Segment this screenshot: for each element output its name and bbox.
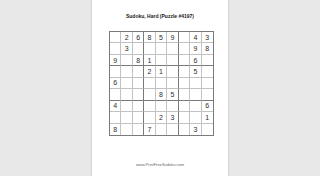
- sudoku-board: 2685943398981621568546231873: [109, 31, 214, 136]
- cell-r2c7: [179, 43, 190, 54]
- cell-r8c9: 1: [202, 112, 213, 123]
- cell-r3c5: [156, 55, 167, 66]
- cell-r2c1: [110, 43, 121, 54]
- cell-r3c8: 6: [190, 55, 201, 66]
- cell-r4c2: [121, 66, 132, 77]
- cell-r3c9: [202, 55, 213, 66]
- cell-r5c1: 6: [110, 78, 121, 89]
- cell-r9c6: [167, 124, 178, 135]
- cell-r6c5: 8: [156, 89, 167, 100]
- cell-r4c9: [202, 66, 213, 77]
- cell-r1c7: [179, 32, 190, 43]
- cell-r2c5: [156, 43, 167, 54]
- cell-r6c7: [179, 89, 190, 100]
- cell-r4c6: [167, 66, 178, 77]
- cell-r1c2: 2: [121, 32, 132, 43]
- cell-r5c9: [202, 78, 213, 89]
- cell-r9c9: [202, 124, 213, 135]
- cell-r6c4: [144, 89, 155, 100]
- footer-url: www.PrintFreeSudoku.com: [92, 162, 228, 167]
- cell-r6c3: [133, 89, 144, 100]
- cell-r2c2: 3: [121, 43, 132, 54]
- cell-r5c3: [133, 78, 144, 89]
- cell-r2c4: [144, 43, 155, 54]
- page-title: Sudoku, Hard (Puzzle #4197): [92, 13, 228, 19]
- cell-r5c7: [179, 78, 190, 89]
- cell-r9c5: [156, 124, 167, 135]
- cell-r7c1: 4: [110, 101, 121, 112]
- sudoku-page: Sudoku, Hard (Puzzle #4197) 268594339898…: [92, 0, 228, 176]
- cell-r5c5: [156, 78, 167, 89]
- cell-r3c4: 1: [144, 55, 155, 66]
- cell-r9c1: 8: [110, 124, 121, 135]
- cell-r1c9: 3: [202, 32, 213, 43]
- cell-r8c2: [121, 112, 132, 123]
- cell-r8c3: [133, 112, 144, 123]
- cell-r2c3: [133, 43, 144, 54]
- cell-r7c8: [190, 101, 201, 112]
- cell-r6c1: [110, 89, 121, 100]
- cell-r8c8: [190, 112, 201, 123]
- cell-r7c2: [121, 101, 132, 112]
- cell-r9c4: 7: [144, 124, 155, 135]
- cell-r4c7: [179, 66, 190, 77]
- cell-r7c9: 6: [202, 101, 213, 112]
- cell-r7c5: [156, 101, 167, 112]
- cell-r4c5: 1: [156, 66, 167, 77]
- cell-r5c2: [121, 78, 132, 89]
- cell-r5c8: [190, 78, 201, 89]
- cell-r2c6: [167, 43, 178, 54]
- cell-r5c6: [167, 78, 178, 89]
- cell-r9c8: 3: [190, 124, 201, 135]
- cell-r4c4: 2: [144, 66, 155, 77]
- cell-r6c9: [202, 89, 213, 100]
- cell-r4c8: 5: [190, 66, 201, 77]
- cell-r1c8: 4: [190, 32, 201, 43]
- cell-r9c7: [179, 124, 190, 135]
- cell-r1c1: [110, 32, 121, 43]
- cell-r4c3: [133, 66, 144, 77]
- cell-r1c3: 6: [133, 32, 144, 43]
- cell-r2c9: 8: [202, 43, 213, 54]
- cell-r8c4: [144, 112, 155, 123]
- cell-r6c6: 5: [167, 89, 178, 100]
- cell-r3c3: 8: [133, 55, 144, 66]
- cell-r2c8: 9: [190, 43, 201, 54]
- cell-r9c3: [133, 124, 144, 135]
- cell-r3c1: 9: [110, 55, 121, 66]
- cell-r6c8: [190, 89, 201, 100]
- cell-r1c6: 9: [167, 32, 178, 43]
- cell-r8c1: [110, 112, 121, 123]
- cell-r3c2: [121, 55, 132, 66]
- cell-r7c6: [167, 101, 178, 112]
- cell-r8c6: 3: [167, 112, 178, 123]
- cell-r9c2: [121, 124, 132, 135]
- cell-r8c7: [179, 112, 190, 123]
- cell-r7c7: [179, 101, 190, 112]
- cell-r8c5: 2: [156, 112, 167, 123]
- cell-r3c7: [179, 55, 190, 66]
- cell-r7c4: [144, 101, 155, 112]
- cell-r3c6: [167, 55, 178, 66]
- cell-r1c5: 5: [156, 32, 167, 43]
- cell-r7c3: [133, 101, 144, 112]
- cell-r5c4: [144, 78, 155, 89]
- cell-r6c2: [121, 89, 132, 100]
- cell-r1c4: 8: [144, 32, 155, 43]
- cell-r4c1: [110, 66, 121, 77]
